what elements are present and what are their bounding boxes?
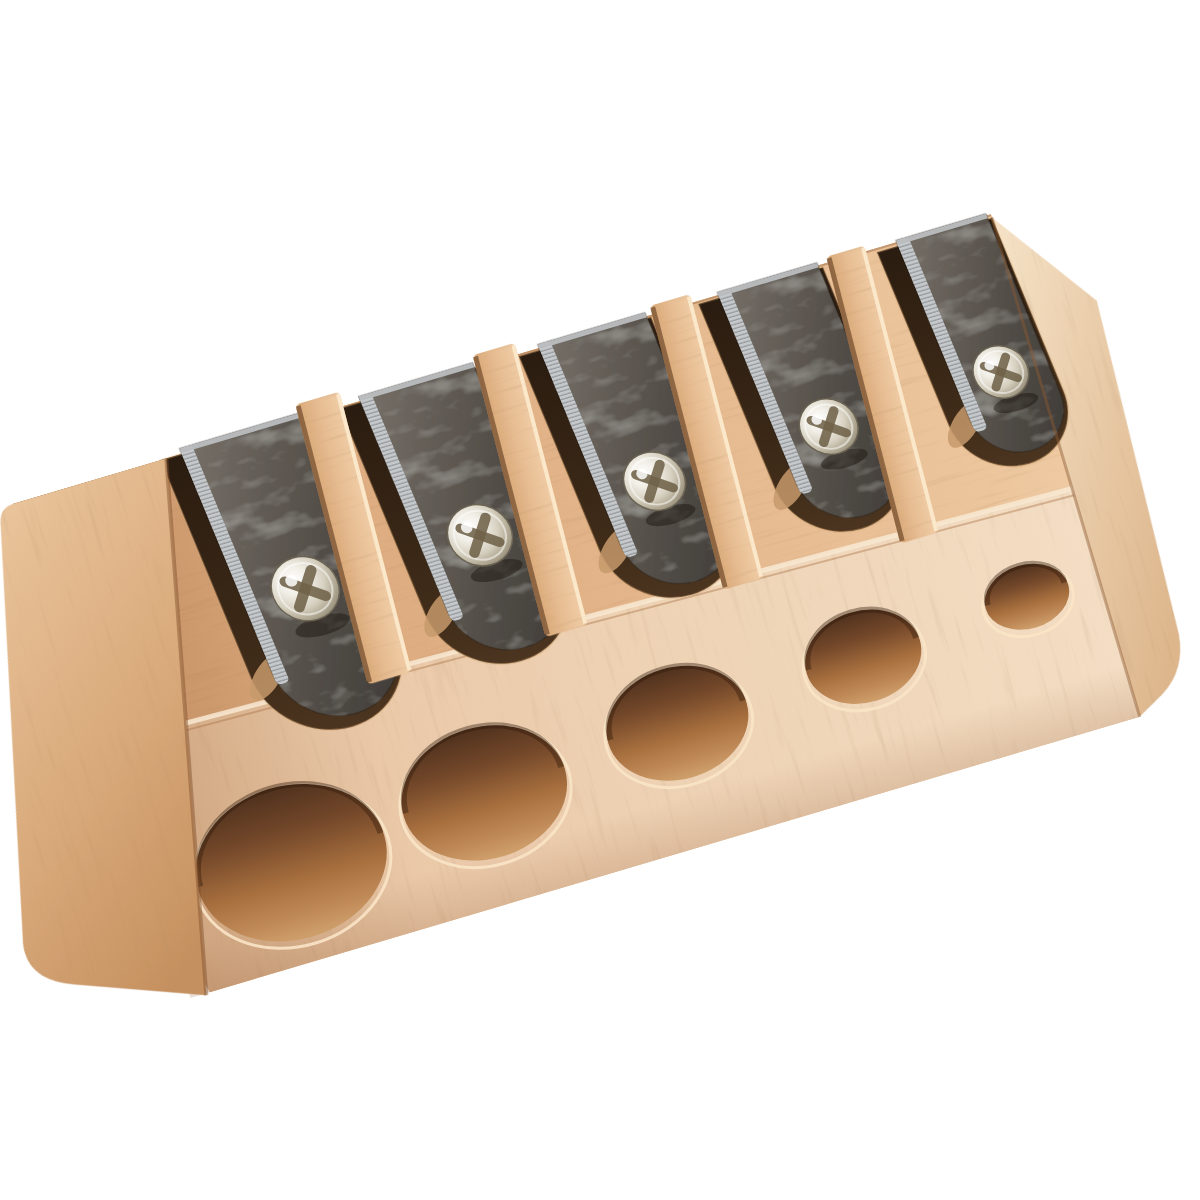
product-photo bbox=[0, 0, 1200, 1200]
sharpener-svg bbox=[0, 0, 1200, 1200]
